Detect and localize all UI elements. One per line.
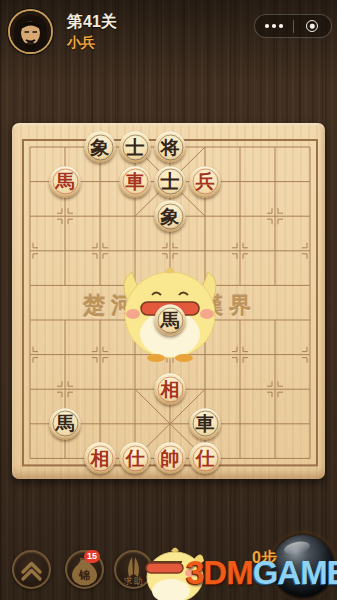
- piece-glyph: 車: [196, 414, 215, 433]
- piece-red-elephant[interactable]: 相: [155, 374, 186, 405]
- piece-red-elephant[interactable]: 相: [85, 443, 116, 474]
- piece-red-advisor[interactable]: 仕: [120, 443, 151, 474]
- piece-red-horse[interactable]: 馬: [50, 166, 81, 197]
- collapse-button[interactable]: [12, 550, 51, 589]
- piece-glyph: 仕: [196, 448, 215, 467]
- piece-glyph: 象: [91, 137, 110, 156]
- piece-glyph: 相: [161, 379, 180, 398]
- app-screen: 第41关 小兵 楚河 漢界 象士将馬車士兵象馬相馬車相仕帥仕: [0, 0, 337, 600]
- piece-glyph: 馬: [161, 310, 180, 329]
- piece-black-general[interactable]: 将: [155, 132, 186, 163]
- pieces-layer: 象士将馬車士兵象馬相馬車相仕帥仕: [0, 0, 337, 600]
- piece-glyph: 将: [161, 137, 180, 156]
- piece-black-advisor[interactable]: 士: [155, 166, 186, 197]
- piece-black-elephant[interactable]: 象: [85, 132, 116, 163]
- piece-glyph: 兵: [196, 172, 215, 191]
- piece-glyph: 仕: [126, 448, 145, 467]
- watermark-3dm: 3DM: [186, 554, 253, 591]
- piece-glyph: 車: [126, 172, 145, 191]
- piece-red-advisor[interactable]: 仕: [190, 443, 221, 474]
- piece-glyph: 象: [161, 206, 180, 225]
- piece-glyph: 帥: [161, 448, 180, 467]
- piece-black-advisor[interactable]: 士: [120, 132, 151, 163]
- piece-glyph: 馬: [56, 172, 75, 191]
- piece-red-soldier[interactable]: 兵: [190, 166, 221, 197]
- piece-glyph: 相: [91, 448, 110, 467]
- piece-black-horse[interactable]: 馬: [50, 408, 81, 439]
- piece-red-chariot[interactable]: 車: [120, 166, 151, 197]
- piece-glyph: 士: [126, 137, 145, 156]
- watermark-game: GAME: [253, 554, 337, 591]
- piece-glyph: 士: [161, 172, 180, 191]
- piece-black-elephant[interactable]: 象: [155, 201, 186, 232]
- bag-char: 锦: [78, 569, 90, 581]
- piece-glyph: 馬: [56, 414, 75, 433]
- watermark: 3DMGAME: [186, 556, 337, 589]
- piece-black-horse[interactable]: 馬: [155, 305, 186, 336]
- hint-count-badge: 15: [84, 550, 100, 563]
- piece-black-chariot[interactable]: 車: [190, 408, 221, 439]
- chevron-up-icon: [14, 552, 49, 587]
- piece-red-general[interactable]: 帥: [155, 443, 186, 474]
